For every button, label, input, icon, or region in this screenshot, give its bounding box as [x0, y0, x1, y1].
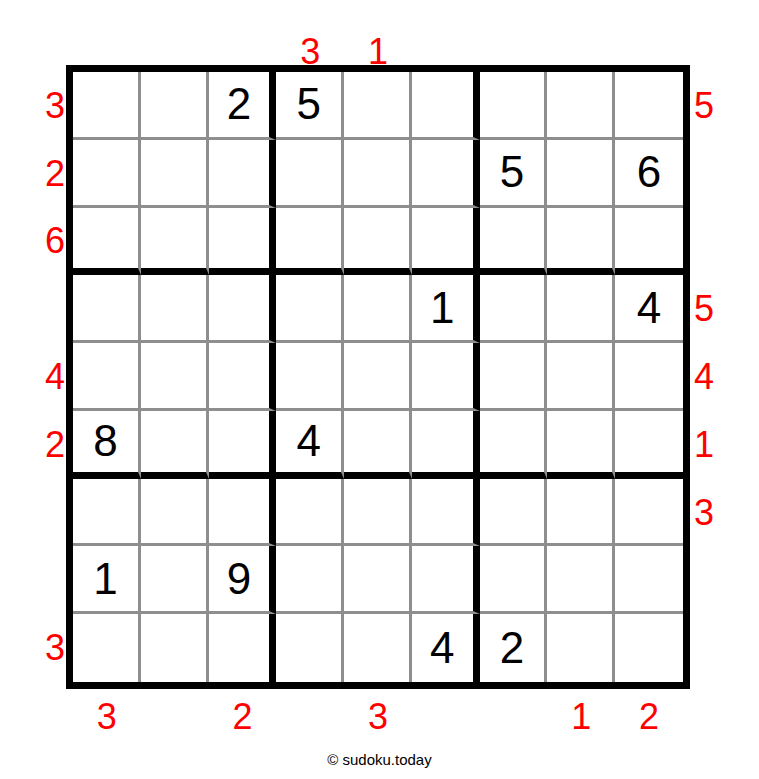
cell-r7c9[interactable] [615, 479, 683, 547]
clue-bottom-col8: 1 [571, 699, 591, 735]
clue-bottom-col3: 2 [232, 699, 252, 735]
clue-bottom-col9: 2 [639, 699, 659, 735]
cell-r8c6[interactable] [412, 546, 480, 614]
clue-left-row3: 6 [45, 223, 65, 259]
cell-r1c8[interactable] [547, 72, 615, 140]
cell-r7c1[interactable] [73, 479, 141, 547]
cell-r3c6[interactable] [412, 208, 480, 276]
cell-r3c3[interactable] [209, 208, 277, 276]
cell-r4c7[interactable] [480, 275, 548, 343]
cell-r7c8[interactable] [547, 479, 615, 547]
cell-r8c1: 1 [73, 546, 141, 614]
cell-r8c8[interactable] [547, 546, 615, 614]
cell-r9c9[interactable] [615, 614, 683, 682]
clue-right-row4: 5 [694, 291, 714, 327]
cell-r9c5[interactable] [344, 614, 412, 682]
cell-r6c8[interactable] [547, 411, 615, 479]
cell-r7c3[interactable] [209, 479, 277, 547]
clue-left-row1: 3 [45, 88, 65, 124]
cell-r6c4: 4 [276, 411, 344, 479]
clue-right-row6: 1 [694, 427, 714, 463]
cell-r8c5[interactable] [344, 546, 412, 614]
cell-r5c9[interactable] [615, 343, 683, 411]
clue-left-row9: 3 [45, 630, 65, 666]
cell-r9c2[interactable] [141, 614, 209, 682]
cell-r6c9[interactable] [615, 411, 683, 479]
cell-r6c2[interactable] [141, 411, 209, 479]
cell-r4c8[interactable] [547, 275, 615, 343]
cell-r5c6[interactable] [412, 343, 480, 411]
cell-r3c2[interactable] [141, 208, 209, 276]
cell-r6c7[interactable] [480, 411, 548, 479]
cell-r9c4[interactable] [276, 614, 344, 682]
cell-r1c3: 2 [209, 72, 277, 140]
cell-r3c9[interactable] [615, 208, 683, 276]
clue-right-row7: 3 [694, 495, 714, 531]
cell-r1c6[interactable] [412, 72, 480, 140]
copyright-text: © sudoku.today [0, 751, 759, 768]
cell-r2c6[interactable] [412, 140, 480, 208]
clue-top-col5: 1 [368, 34, 388, 70]
clue-left-row6: 2 [45, 427, 65, 463]
cell-r4c2[interactable] [141, 275, 209, 343]
cell-r5c3[interactable] [209, 343, 277, 411]
cell-r6c3[interactable] [209, 411, 277, 479]
clue-top-col4: 3 [300, 34, 320, 70]
clue-left-row2: 2 [45, 156, 65, 192]
cell-r4c4[interactable] [276, 275, 344, 343]
cell-r9c6: 4 [412, 614, 480, 682]
puzzle-page: 255614841942 © sudoku.today 315541332312… [0, 0, 759, 779]
cell-r2c1[interactable] [73, 140, 141, 208]
cell-r2c8[interactable] [547, 140, 615, 208]
cell-r6c6[interactable] [412, 411, 480, 479]
cell-r3c4[interactable] [276, 208, 344, 276]
cell-r4c1[interactable] [73, 275, 141, 343]
cell-r7c5[interactable] [344, 479, 412, 547]
cell-r5c5[interactable] [344, 343, 412, 411]
clue-bottom-col5: 3 [368, 699, 388, 735]
cell-r8c4[interactable] [276, 546, 344, 614]
clue-right-row5: 4 [694, 359, 714, 395]
cell-r3c5[interactable] [344, 208, 412, 276]
cell-r4c9: 4 [615, 275, 683, 343]
cell-r2c3[interactable] [209, 140, 277, 208]
cell-r8c9[interactable] [615, 546, 683, 614]
cell-r7c7[interactable] [480, 479, 548, 547]
cell-r7c4[interactable] [276, 479, 344, 547]
cell-r5c2[interactable] [141, 343, 209, 411]
cell-r1c2[interactable] [141, 72, 209, 140]
cell-r3c8[interactable] [547, 208, 615, 276]
sudoku-board: 255614841942 [66, 65, 690, 689]
cell-r9c3[interactable] [209, 614, 277, 682]
cell-r3c1[interactable] [73, 208, 141, 276]
cell-r8c3: 9 [209, 546, 277, 614]
cell-r4c5[interactable] [344, 275, 412, 343]
cell-r8c2[interactable] [141, 546, 209, 614]
cell-r2c7: 5 [480, 140, 548, 208]
cell-r5c1[interactable] [73, 343, 141, 411]
cell-r8c7[interactable] [480, 546, 548, 614]
cell-r4c3[interactable] [209, 275, 277, 343]
cell-r2c9: 6 [615, 140, 683, 208]
cell-r1c9[interactable] [615, 72, 683, 140]
cell-r5c8[interactable] [547, 343, 615, 411]
cell-r2c4[interactable] [276, 140, 344, 208]
cell-r9c7: 2 [480, 614, 548, 682]
clue-right-row1: 5 [694, 88, 714, 124]
cell-r3c7[interactable] [480, 208, 548, 276]
cell-r7c2[interactable] [141, 479, 209, 547]
clue-left-row5: 4 [45, 359, 65, 395]
cell-r6c1: 8 [73, 411, 141, 479]
cell-r1c7[interactable] [480, 72, 548, 140]
cell-r2c2[interactable] [141, 140, 209, 208]
cell-r5c7[interactable] [480, 343, 548, 411]
cell-r2c5[interactable] [344, 140, 412, 208]
cell-r9c1[interactable] [73, 614, 141, 682]
cell-r1c5[interactable] [344, 72, 412, 140]
cell-r1c1[interactable] [73, 72, 141, 140]
cell-r7c6[interactable] [412, 479, 480, 547]
clue-bottom-col1: 3 [97, 699, 117, 735]
cell-r6c5[interactable] [344, 411, 412, 479]
cell-r5c4[interactable] [276, 343, 344, 411]
cell-r9c8[interactable] [547, 614, 615, 682]
cell-r4c6: 1 [412, 275, 480, 343]
cell-r1c4: 5 [276, 72, 344, 140]
